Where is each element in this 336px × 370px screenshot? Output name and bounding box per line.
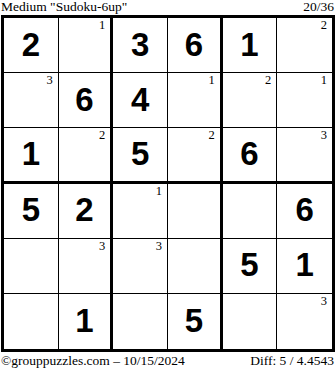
sudoku-board: 21361236412112526352163351153 <box>1 15 335 352</box>
given-digit: 5 <box>22 193 40 226</box>
cell-r4c4[interactable] <box>168 184 223 239</box>
given-digit: 6 <box>75 83 93 116</box>
cell-r2c2: 6 <box>59 73 114 128</box>
corner-mark: 1 <box>321 74 327 87</box>
cell-r4c2: 2 <box>59 184 114 239</box>
cell-r1c3: 3 <box>113 18 168 73</box>
corner-mark: 2 <box>99 129 105 142</box>
given-digit: 6 <box>240 137 258 170</box>
corner-mark: 2 <box>321 19 327 32</box>
cell-r6c3[interactable] <box>113 294 168 349</box>
cell-r4c3[interactable]: 1 <box>113 184 168 239</box>
cell-r5c4[interactable] <box>168 239 223 294</box>
corner-mark: 3 <box>46 74 52 87</box>
cell-r3c4[interactable]: 2 <box>168 128 223 183</box>
cell-r5c5: 5 <box>223 239 278 294</box>
cell-r4c6: 6 <box>277 184 332 239</box>
cell-r4c1: 5 <box>4 184 59 239</box>
given-digit: 2 <box>22 28 40 61</box>
difficulty-text: Diff: 5 / 4.4543 <box>250 354 334 368</box>
corner-mark: 1 <box>208 74 214 87</box>
corner-mark: 3 <box>321 295 327 308</box>
cell-r2c4[interactable]: 1 <box>168 73 223 128</box>
given-digit: 5 <box>131 137 149 170</box>
puzzle-title: Medium "Sudoku-6up" <box>1 0 127 14</box>
given-digit: 1 <box>22 137 40 170</box>
cell-r1c6[interactable]: 2 <box>277 18 332 73</box>
corner-mark: 2 <box>208 129 214 142</box>
cell-r6c2: 1 <box>59 294 114 349</box>
given-digit: 6 <box>185 28 203 61</box>
corner-mark: 3 <box>156 240 162 253</box>
corner-mark: 1 <box>99 19 105 32</box>
cell-r2c1[interactable]: 3 <box>4 73 59 128</box>
given-digit: 5 <box>185 304 203 337</box>
cell-r5c3[interactable]: 3 <box>113 239 168 294</box>
cell-r6c6[interactable]: 3 <box>277 294 332 349</box>
given-digit: 3 <box>131 28 149 61</box>
cell-r2c3: 4 <box>113 73 168 128</box>
given-digit: 6 <box>295 193 313 226</box>
cell-r6c5[interactable] <box>223 294 278 349</box>
cell-r3c6[interactable]: 3 <box>277 128 332 183</box>
corner-mark: 2 <box>265 74 271 87</box>
given-digit: 5 <box>240 248 258 281</box>
given-digit: 4 <box>131 83 149 116</box>
cell-r1c4: 6 <box>168 18 223 73</box>
puzzle-page: Medium "Sudoku-6up" 20/36 21361236412112… <box>0 0 336 370</box>
puzzle-counter: 20/36 <box>303 0 334 14</box>
cell-r4c5[interactable] <box>223 184 278 239</box>
cell-r2c5[interactable]: 2 <box>223 73 278 128</box>
corner-mark: 3 <box>99 240 105 253</box>
cell-r6c1[interactable] <box>4 294 59 349</box>
cell-r3c5: 6 <box>223 128 278 183</box>
copyright-text: ©grouppuzzles.com – 10/15/2024 <box>1 354 185 368</box>
given-digit: 1 <box>240 28 258 61</box>
cell-r3c1: 1 <box>4 128 59 183</box>
corner-mark: 1 <box>156 185 162 198</box>
cell-r1c5: 1 <box>223 18 278 73</box>
cell-r6c4: 5 <box>168 294 223 349</box>
footer: ©grouppuzzles.com – 10/15/2024 Diff: 5 /… <box>0 352 336 368</box>
cell-r5c2[interactable]: 3 <box>59 239 114 294</box>
cell-r1c2[interactable]: 1 <box>59 18 114 73</box>
header: Medium "Sudoku-6up" 20/36 <box>0 0 336 15</box>
cell-r3c3: 5 <box>113 128 168 183</box>
cell-r1c1: 2 <box>4 18 59 73</box>
given-digit: 1 <box>295 248 313 281</box>
cell-r3c2[interactable]: 2 <box>59 128 114 183</box>
corner-mark: 3 <box>321 129 327 142</box>
cell-r5c1[interactable] <box>4 239 59 294</box>
given-digit: 1 <box>75 304 93 337</box>
cell-r2c6[interactable]: 1 <box>277 73 332 128</box>
cell-r5c6: 1 <box>277 239 332 294</box>
given-digit: 2 <box>75 193 93 226</box>
